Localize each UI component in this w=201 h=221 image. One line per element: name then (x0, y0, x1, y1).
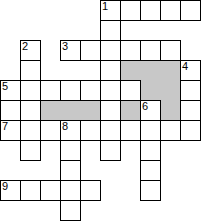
answer-cell[interactable] (100, 140, 121, 161)
answer-cell[interactable] (160, 120, 181, 141)
answer-cell[interactable] (20, 60, 41, 81)
answer-cell[interactable]: 2 (20, 40, 41, 61)
clue-number: 3 (62, 41, 68, 52)
answer-cell[interactable] (180, 120, 201, 141)
answer-cell[interactable]: 3 (60, 40, 81, 61)
answer-cell[interactable] (20, 100, 41, 121)
shaded-cell (160, 100, 181, 121)
answer-cell[interactable] (120, 120, 141, 141)
answer-cell[interactable] (120, 80, 141, 101)
shaded-cell (160, 60, 181, 81)
answer-cell[interactable] (180, 0, 201, 21)
answer-cell[interactable]: 7 (0, 120, 21, 141)
answer-cell[interactable] (120, 0, 141, 21)
shaded-cell (80, 100, 101, 121)
answer-cell[interactable] (140, 120, 161, 141)
shaded-cell (60, 100, 81, 121)
answer-cell[interactable] (80, 40, 101, 61)
answer-cell[interactable] (20, 140, 41, 161)
shaded-cell (120, 60, 141, 81)
answer-cell[interactable]: 6 (140, 100, 161, 121)
answer-cell[interactable] (20, 120, 41, 141)
answer-cell[interactable] (100, 60, 121, 81)
answer-cell[interactable] (100, 40, 121, 61)
answer-cell[interactable] (80, 120, 101, 141)
answer-cell[interactable] (140, 0, 161, 21)
answer-cell[interactable] (100, 120, 121, 141)
clue-number: 1 (102, 1, 108, 12)
answer-cell[interactable] (120, 40, 141, 61)
answer-cell[interactable]: 9 (0, 180, 21, 201)
clue-number: 6 (142, 101, 148, 112)
answer-cell[interactable] (60, 80, 81, 101)
answer-cell[interactable]: 5 (0, 80, 21, 101)
shaded-cell (140, 80, 161, 101)
answer-cell[interactable] (60, 160, 81, 181)
answer-cell[interactable]: 4 (180, 60, 201, 81)
shaded-cell (40, 100, 61, 121)
clue-number: 5 (2, 81, 8, 92)
answer-cell[interactable] (40, 80, 61, 101)
answer-cell[interactable] (60, 180, 81, 201)
clue-number: 7 (2, 121, 8, 132)
answer-cell[interactable] (100, 20, 121, 41)
answer-cell[interactable] (20, 180, 41, 201)
answer-cell[interactable] (160, 40, 181, 61)
answer-cell[interactable] (100, 80, 121, 101)
clue-number: 9 (2, 181, 8, 192)
crossword-grid: 123456789 (0, 0, 201, 221)
answer-cell[interactable] (140, 180, 161, 201)
answer-cell[interactable] (80, 180, 101, 201)
answer-cell[interactable] (40, 120, 61, 141)
answer-cell[interactable] (140, 160, 161, 181)
answer-cell[interactable] (0, 100, 21, 121)
clue-number: 2 (22, 41, 28, 52)
answer-cell[interactable] (160, 0, 181, 21)
shaded-cell (140, 60, 161, 81)
clue-number: 4 (182, 61, 188, 72)
answer-cell[interactable]: 8 (60, 120, 81, 141)
answer-cell[interactable] (180, 100, 201, 121)
shaded-cell (160, 80, 181, 101)
clue-number: 8 (62, 121, 68, 132)
answer-cell[interactable] (40, 180, 61, 201)
answer-cell[interactable] (180, 80, 201, 101)
answer-cell[interactable]: 1 (100, 0, 121, 21)
answer-cell[interactable] (140, 140, 161, 161)
answer-cell[interactable] (100, 100, 121, 121)
answer-cell[interactable] (60, 140, 81, 161)
answer-cell[interactable] (60, 200, 81, 221)
answer-cell[interactable] (20, 80, 41, 101)
answer-cell[interactable] (80, 80, 101, 101)
shaded-cell (120, 100, 141, 121)
answer-cell[interactable] (140, 40, 161, 61)
